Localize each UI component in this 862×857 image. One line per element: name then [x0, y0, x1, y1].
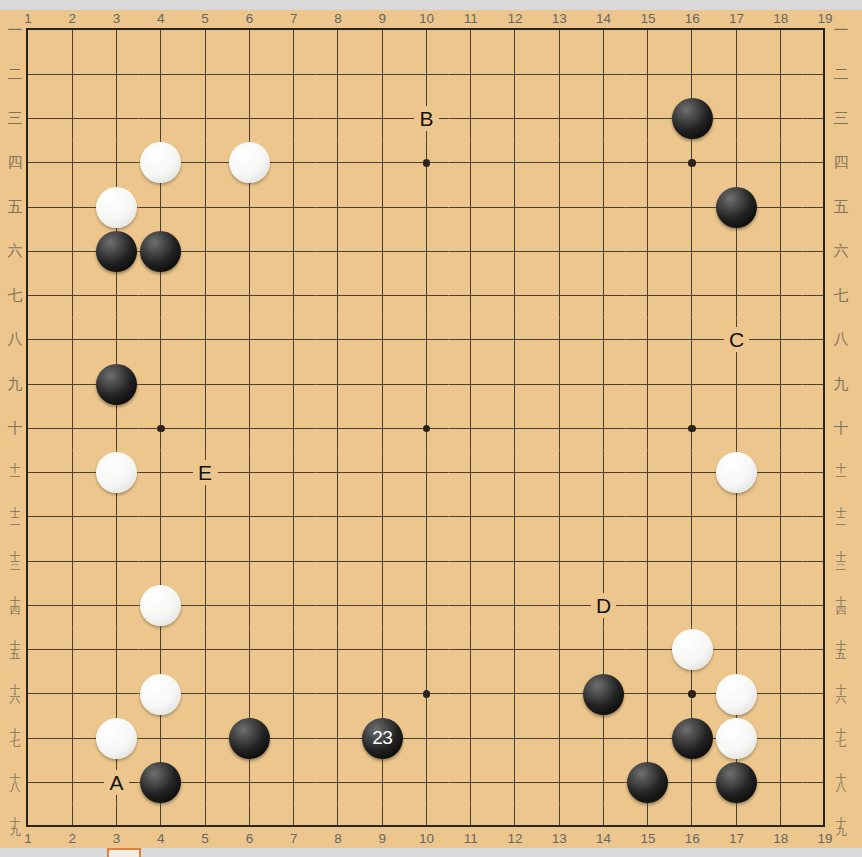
board-intersection[interactable]: [316, 141, 360, 185]
cjk-numeral-part: 一: [836, 473, 847, 482]
board-intersection[interactable]: [493, 141, 537, 185]
board-intersection[interactable]: [758, 451, 802, 495]
board-intersection[interactable]: [316, 672, 360, 716]
right-coordinate-label: 四: [830, 152, 852, 174]
board-intersection[interactable]: [360, 318, 404, 362]
board-intersection[interactable]: [271, 318, 315, 362]
board-intersection[interactable]: [50, 628, 94, 672]
board-intersection[interactable]: [139, 273, 183, 317]
board-intersection[interactable]: [139, 495, 183, 539]
board-intersection[interactable]: [94, 52, 138, 96]
board-intersection[interactable]: [537, 760, 581, 804]
board-intersection[interactable]: [227, 495, 271, 539]
board-intersection[interactable]: [316, 760, 360, 804]
bottom-coordinate-label: 12: [502, 831, 528, 846]
white-stone: [716, 452, 757, 493]
candidate-move-label-B[interactable]: B: [414, 106, 439, 131]
board-intersection[interactable]: [50, 185, 94, 229]
board-intersection[interactable]: [537, 716, 581, 760]
board-intersection[interactable]: [493, 672, 537, 716]
board-intersection[interactable]: [404, 362, 448, 406]
board-intersection[interactable]: [537, 318, 581, 362]
board-intersection[interactable]: [714, 273, 758, 317]
top-coordinate-label: 11: [458, 11, 484, 26]
board-intersection[interactable]: [227, 539, 271, 583]
top-coordinate-label: 18: [768, 11, 794, 26]
board-intersection[interactable]: [316, 185, 360, 229]
right-coordinate-label: 六: [830, 240, 852, 262]
board-intersection[interactable]: [626, 52, 670, 96]
board-intersection[interactable]: [183, 318, 227, 362]
board-intersection[interactable]: [227, 672, 271, 716]
board-intersection[interactable]: [493, 495, 537, 539]
board-intersection[interactable]: [271, 760, 315, 804]
board-intersection[interactable]: [271, 229, 315, 273]
board-intersection[interactable]: [404, 451, 448, 495]
board-intersection[interactable]: [271, 628, 315, 672]
board-intersection[interactable]: [670, 229, 714, 273]
board-intersection[interactable]: [139, 539, 183, 583]
board-intersection[interactable]: [581, 141, 625, 185]
board-intersection[interactable]: [271, 273, 315, 317]
board-intersection[interactable]: [271, 362, 315, 406]
board-intersection[interactable]: [50, 760, 94, 804]
board-intersection[interactable]: [537, 539, 581, 583]
board-intersection[interactable]: [139, 628, 183, 672]
right-coordinate-label: 十五: [830, 639, 852, 661]
board-intersection[interactable]: [758, 273, 802, 317]
board-intersection[interactable]: [139, 362, 183, 406]
top-coordinate-label: 13: [546, 11, 572, 26]
board-intersection[interactable]: [94, 96, 138, 140]
board-intersection[interactable]: [581, 539, 625, 583]
board-intersection[interactable]: [449, 185, 493, 229]
board-intersection[interactable]: [493, 318, 537, 362]
board-intersection[interactable]: [626, 495, 670, 539]
board-intersection[interactable]: [714, 495, 758, 539]
board-intersection[interactable]: [50, 318, 94, 362]
board-intersection[interactable]: [50, 451, 94, 495]
board-intersection[interactable]: [404, 229, 448, 273]
board-intersection[interactable]: [758, 583, 802, 627]
board-intersection[interactable]: [449, 451, 493, 495]
board-intersection[interactable]: [449, 583, 493, 627]
board-intersection[interactable]: [139, 318, 183, 362]
board-intersection[interactable]: [626, 318, 670, 362]
board-intersection[interactable]: [360, 273, 404, 317]
board-intersection[interactable]: [227, 273, 271, 317]
left-coordinate-label: 十: [4, 418, 26, 440]
board-intersection[interactable]: [50, 583, 94, 627]
cjk-numeral-part: 七: [836, 738, 847, 747]
board-intersection[interactable]: [404, 628, 448, 672]
board-intersection[interactable]: [581, 362, 625, 406]
board-intersection[interactable]: [537, 185, 581, 229]
board-intersection[interactable]: [360, 539, 404, 583]
board-intersection[interactable]: [537, 672, 581, 716]
board-intersection[interactable]: [449, 406, 493, 450]
board-intersection[interactable]: [537, 96, 581, 140]
board-intersection[interactable]: [139, 185, 183, 229]
board-intersection[interactable]: [493, 716, 537, 760]
left-coordinate-label: 十二: [4, 506, 26, 528]
board-intersection[interactable]: [316, 318, 360, 362]
board-intersection[interactable]: [581, 760, 625, 804]
board-intersection[interactable]: [316, 451, 360, 495]
board-intersection[interactable]: [581, 451, 625, 495]
board-intersection[interactable]: [449, 628, 493, 672]
board-intersection[interactable]: [449, 318, 493, 362]
board-intersection[interactable]: [758, 672, 802, 716]
bottom-coordinate-label: 11: [458, 831, 484, 846]
right-coordinate-label: 三: [830, 108, 852, 130]
board-intersection[interactable]: [139, 52, 183, 96]
board-intersection[interactable]: [316, 96, 360, 140]
board-intersection[interactable]: [670, 318, 714, 362]
board-intersection[interactable]: [227, 628, 271, 672]
board-intersection[interactable]: [626, 716, 670, 760]
board-intersection[interactable]: [581, 185, 625, 229]
board-intersection[interactable]: [493, 628, 537, 672]
board-intersection[interactable]: [183, 539, 227, 583]
board-intersection[interactable]: [404, 495, 448, 539]
board-intersection[interactable]: [183, 273, 227, 317]
board-intersection[interactable]: [271, 495, 315, 539]
board-intersection[interactable]: [360, 229, 404, 273]
board-intersection[interactable]: [227, 362, 271, 406]
board-intersection[interactable]: [404, 52, 448, 96]
board-intersection[interactable]: [316, 539, 360, 583]
candidate-move-label-E[interactable]: E: [193, 460, 218, 485]
board-intersection[interactable]: [183, 583, 227, 627]
board-intersection[interactable]: [493, 362, 537, 406]
board-intersection[interactable]: [626, 273, 670, 317]
board-intersection[interactable]: [227, 583, 271, 627]
candidate-move-label-D[interactable]: D: [591, 593, 616, 618]
board-intersection[interactable]: [449, 672, 493, 716]
board-intersection[interactable]: [50, 52, 94, 96]
board-intersection[interactable]: [183, 672, 227, 716]
board-intersection[interactable]: [449, 362, 493, 406]
board-intersection[interactable]: [94, 583, 138, 627]
board-intersection[interactable]: [94, 539, 138, 583]
board-intersection[interactable]: [50, 96, 94, 140]
board-intersection[interactable]: [626, 628, 670, 672]
board-intersection[interactable]: [758, 628, 802, 672]
board-intersection[interactable]: [626, 583, 670, 627]
board-intersection[interactable]: [493, 52, 537, 96]
board-intersection[interactable]: [360, 52, 404, 96]
board-intersection[interactable]: [670, 583, 714, 627]
board-intersection[interactable]: [449, 96, 493, 140]
star-point: [423, 159, 431, 167]
board-intersection[interactable]: [316, 52, 360, 96]
board-intersection[interactable]: [94, 672, 138, 716]
board-intersection[interactable]: [404, 318, 448, 362]
board-intersection[interactable]: [316, 362, 360, 406]
board-intersection[interactable]: [758, 760, 802, 804]
candidate-move-label-C[interactable]: C: [724, 327, 749, 352]
black-stone: [96, 364, 137, 405]
left-coordinate-label: 十九: [4, 816, 26, 838]
board-intersection[interactable]: [404, 185, 448, 229]
board-intersection[interactable]: [139, 96, 183, 140]
board-intersection[interactable]: [670, 362, 714, 406]
board-intersection[interactable]: [537, 406, 581, 450]
board-intersection[interactable]: [50, 672, 94, 716]
board-intersection[interactable]: [227, 96, 271, 140]
board-intersection[interactable]: [670, 760, 714, 804]
board-intersection[interactable]: [50, 362, 94, 406]
board-intersection[interactable]: [714, 229, 758, 273]
board-intersection[interactable]: [360, 141, 404, 185]
board-intersection[interactable]: [626, 539, 670, 583]
board-intersection[interactable]: [183, 716, 227, 760]
top-coordinate-label: 10: [414, 11, 440, 26]
board-intersection[interactable]: [227, 52, 271, 96]
board-intersection[interactable]: [714, 52, 758, 96]
board-intersection[interactable]: [360, 362, 404, 406]
board-intersection[interactable]: [360, 96, 404, 140]
board-intersection[interactable]: [758, 318, 802, 362]
left-coordinate-label: 五: [4, 196, 26, 218]
board-intersection[interactable]: [94, 495, 138, 539]
board-intersection[interactable]: [50, 539, 94, 583]
board-intersection[interactable]: [758, 495, 802, 539]
board-intersection[interactable]: [50, 495, 94, 539]
board-intersection[interactable]: [758, 96, 802, 140]
board-intersection[interactable]: [316, 628, 360, 672]
board-intersection[interactable]: [626, 406, 670, 450]
board-intersection[interactable]: [537, 495, 581, 539]
board-intersection[interactable]: [758, 229, 802, 273]
board-intersection[interactable]: [94, 628, 138, 672]
board-intersection[interactable]: [581, 273, 625, 317]
board-intersection[interactable]: [449, 229, 493, 273]
bottom-coordinate-label: 7: [281, 831, 307, 846]
left-coordinate-label: 十三: [4, 550, 26, 572]
board-intersection[interactable]: [714, 362, 758, 406]
board-intersection[interactable]: [670, 185, 714, 229]
board-intersection[interactable]: [360, 495, 404, 539]
board-intersection[interactable]: [493, 273, 537, 317]
board-intersection[interactable]: [714, 539, 758, 583]
board-intersection[interactable]: [493, 760, 537, 804]
left-coordinate-label: 十一: [4, 462, 26, 484]
bottom-coordinate-label: 6: [236, 831, 262, 846]
bottom-coordinate-label: 3: [104, 831, 130, 846]
cjk-numeral-part: 七: [10, 738, 21, 747]
board-intersection[interactable]: [50, 716, 94, 760]
left-coordinate-label: 九: [4, 373, 26, 395]
move-number-label: 23: [372, 727, 392, 749]
board-intersection[interactable]: [493, 406, 537, 450]
board-intersection[interactable]: [758, 52, 802, 96]
board-intersection[interactable]: [714, 628, 758, 672]
board-intersection[interactable]: [449, 760, 493, 804]
board-intersection[interactable]: [316, 273, 360, 317]
board-intersection[interactable]: [316, 716, 360, 760]
board-intersection[interactable]: [581, 96, 625, 140]
right-coordinate-label: 十六: [830, 683, 852, 705]
board-intersection[interactable]: [404, 539, 448, 583]
bottom-coordinate-label: 9: [369, 831, 395, 846]
board-intersection[interactable]: [139, 451, 183, 495]
board-intersection[interactable]: [183, 628, 227, 672]
board-intersection[interactable]: [227, 185, 271, 229]
board-intersection[interactable]: [714, 583, 758, 627]
right-coordinate-label: 七: [830, 285, 852, 307]
top-coordinate-label: 16: [679, 11, 705, 26]
board-intersection[interactable]: [758, 185, 802, 229]
board-intersection[interactable]: [94, 318, 138, 362]
star-point: [688, 690, 696, 698]
board-intersection[interactable]: [183, 229, 227, 273]
board-intersection[interactable]: [227, 451, 271, 495]
board-intersection[interactable]: [581, 52, 625, 96]
board-intersection[interactable]: [360, 672, 404, 716]
board-intersection[interactable]: [537, 583, 581, 627]
board-intersection[interactable]: [626, 362, 670, 406]
board-intersection[interactable]: [714, 141, 758, 185]
board-intersection[interactable]: [139, 716, 183, 760]
top-coordinate-label: 4: [148, 11, 174, 26]
board-intersection[interactable]: [581, 229, 625, 273]
board-intersection[interactable]: [626, 96, 670, 140]
board-intersection[interactable]: [537, 273, 581, 317]
board-intersection[interactable]: [537, 52, 581, 96]
board-intersection[interactable]: [493, 583, 537, 627]
board-intersection[interactable]: [626, 672, 670, 716]
board-intersection[interactable]: [183, 362, 227, 406]
top-coordinate-label: 14: [591, 11, 617, 26]
board-intersection[interactable]: [404, 760, 448, 804]
board-intersection[interactable]: [758, 716, 802, 760]
board-intersection[interactable]: [670, 495, 714, 539]
board-intersection[interactable]: [271, 716, 315, 760]
board-intersection[interactable]: [271, 406, 315, 450]
board-intersection[interactable]: [537, 229, 581, 273]
board-intersection[interactable]: [183, 141, 227, 185]
board-intersection[interactable]: [227, 229, 271, 273]
board-intersection[interactable]: [50, 141, 94, 185]
board-intersection[interactable]: [227, 760, 271, 804]
board-intersection[interactable]: [271, 583, 315, 627]
board-intersection[interactable]: [360, 583, 404, 627]
board-intersection[interactable]: [581, 406, 625, 450]
board-intersection[interactable]: [227, 406, 271, 450]
board-intersection[interactable]: [360, 185, 404, 229]
board-intersection[interactable]: [626, 185, 670, 229]
board-intersection[interactable]: [758, 362, 802, 406]
board-intersection[interactable]: [271, 185, 315, 229]
cjk-numeral-part: 九: [836, 827, 847, 836]
board-intersection[interactable]: [316, 495, 360, 539]
board-intersection[interactable]: [758, 141, 802, 185]
board-intersection[interactable]: [183, 52, 227, 96]
board-intersection[interactable]: [271, 539, 315, 583]
board-intersection[interactable]: [449, 495, 493, 539]
board-intersection[interactable]: [183, 495, 227, 539]
board-intersection[interactable]: [493, 96, 537, 140]
board-intersection[interactable]: [449, 141, 493, 185]
board-intersection[interactable]: [94, 406, 138, 450]
board-intersection[interactable]: [449, 716, 493, 760]
board-intersection[interactable]: [227, 318, 271, 362]
top-coordinate-label: 6: [236, 11, 262, 26]
board-intersection[interactable]: [493, 539, 537, 583]
candidate-move-label-A[interactable]: A: [104, 770, 129, 795]
board-intersection[interactable]: [183, 96, 227, 140]
board-intersection[interactable]: [581, 716, 625, 760]
board-intersection[interactable]: [537, 628, 581, 672]
board-intersection[interactable]: [50, 229, 94, 273]
board-intersection[interactable]: [714, 406, 758, 450]
board-intersection[interactable]: [493, 229, 537, 273]
board-intersection[interactable]: [183, 185, 227, 229]
board-intersection[interactable]: [360, 451, 404, 495]
board-intersection[interactable]: [316, 406, 360, 450]
board-intersection[interactable]: [626, 141, 670, 185]
top-coordinate-label: 8: [325, 11, 351, 26]
board-intersection[interactable]: [449, 52, 493, 96]
board-intersection[interactable]: [493, 451, 537, 495]
top-coordinate-label: 2: [59, 11, 85, 26]
board-intersection[interactable]: [581, 628, 625, 672]
board-intersection[interactable]: [449, 273, 493, 317]
board-intersection[interactable]: [316, 229, 360, 273]
bottom-coordinate-label: 8: [325, 831, 351, 846]
left-coordinate-label: 四: [4, 152, 26, 174]
board-intersection[interactable]: [449, 539, 493, 583]
board-intersection[interactable]: [581, 495, 625, 539]
board-intersection[interactable]: [670, 273, 714, 317]
board-intersection[interactable]: [360, 628, 404, 672]
board-intersection[interactable]: [271, 672, 315, 716]
board-intersection[interactable]: [404, 716, 448, 760]
board-intersection[interactable]: [404, 583, 448, 627]
board-intersection[interactable]: [271, 96, 315, 140]
board-intersection[interactable]: [271, 52, 315, 96]
board-intersection[interactable]: [581, 318, 625, 362]
board-intersection[interactable]: [670, 52, 714, 96]
board-intersection[interactable]: [50, 406, 94, 450]
board-intersection[interactable]: [360, 406, 404, 450]
board-intersection[interactable]: [94, 273, 138, 317]
board-intersection[interactable]: [183, 406, 227, 450]
board-intersection[interactable]: [714, 96, 758, 140]
board-intersection[interactable]: [271, 451, 315, 495]
board-intersection[interactable]: [670, 539, 714, 583]
board-intersection[interactable]: [537, 451, 581, 495]
board-intersection[interactable]: [537, 362, 581, 406]
board-intersection[interactable]: [316, 583, 360, 627]
board-intersection[interactable]: [360, 760, 404, 804]
board-intersection[interactable]: [271, 141, 315, 185]
board-intersection[interactable]: [94, 141, 138, 185]
board-intersection[interactable]: [537, 141, 581, 185]
board-intersection[interactable]: [626, 229, 670, 273]
board-intersection[interactable]: [758, 539, 802, 583]
board-intersection[interactable]: [50, 273, 94, 317]
board-intersection[interactable]: [493, 185, 537, 229]
board-intersection[interactable]: [758, 406, 802, 450]
board-intersection[interactable]: [183, 760, 227, 804]
board-intersection[interactable]: [626, 451, 670, 495]
black-stone: [672, 98, 713, 139]
board-intersection[interactable]: [404, 273, 448, 317]
board-intersection[interactable]: [670, 451, 714, 495]
